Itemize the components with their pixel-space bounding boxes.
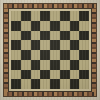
square-f3[interactable]: [60, 60, 70, 70]
square-d3[interactable]: [40, 60, 50, 70]
square-c2[interactable]: [31, 70, 41, 80]
square-a5[interactable]: [11, 40, 21, 50]
square-b3[interactable]: [21, 60, 31, 70]
square-h6[interactable]: [79, 31, 89, 41]
square-b8[interactable]: [21, 11, 31, 21]
square-a6[interactable]: [11, 31, 21, 41]
square-f4[interactable]: [60, 50, 70, 60]
square-g4[interactable]: [70, 50, 80, 60]
square-h8[interactable]: [79, 11, 89, 21]
square-e4[interactable]: [50, 50, 60, 60]
square-c6[interactable]: [31, 31, 41, 41]
square-c7[interactable]: [31, 21, 41, 31]
square-h2[interactable]: [79, 70, 89, 80]
square-d1[interactable]: [40, 79, 50, 89]
square-c4[interactable]: [31, 50, 41, 60]
square-b6[interactable]: [21, 31, 31, 41]
square-f2[interactable]: [60, 70, 70, 80]
square-e3[interactable]: [50, 60, 60, 70]
square-a2[interactable]: [11, 70, 21, 80]
square-h4[interactable]: [79, 50, 89, 60]
square-a8[interactable]: [11, 11, 21, 21]
square-b1[interactable]: [21, 79, 31, 89]
square-e1[interactable]: [50, 79, 60, 89]
square-g1[interactable]: [70, 79, 80, 89]
square-d2[interactable]: [40, 70, 50, 80]
frame-inlay-band-right: [92, 8, 96, 92]
square-b4[interactable]: [21, 50, 31, 60]
board-frame: [3, 3, 97, 97]
board-grid: [11, 11, 89, 89]
square-g6[interactable]: [70, 31, 80, 41]
square-d4[interactable]: [40, 50, 50, 60]
square-c5[interactable]: [31, 40, 41, 50]
square-c1[interactable]: [31, 79, 41, 89]
square-c8[interactable]: [31, 11, 41, 21]
square-e5[interactable]: [50, 40, 60, 50]
square-b2[interactable]: [21, 70, 31, 80]
square-d8[interactable]: [40, 11, 50, 21]
square-g7[interactable]: [70, 21, 80, 31]
square-a1[interactable]: [11, 79, 21, 89]
square-h1[interactable]: [79, 79, 89, 89]
square-a7[interactable]: [11, 21, 21, 31]
square-g5[interactable]: [70, 40, 80, 50]
square-e8[interactable]: [50, 11, 60, 21]
square-f5[interactable]: [60, 40, 70, 50]
square-b5[interactable]: [21, 40, 31, 50]
square-d5[interactable]: [40, 40, 50, 50]
square-c3[interactable]: [31, 60, 41, 70]
square-d7[interactable]: [40, 21, 50, 31]
square-a4[interactable]: [11, 50, 21, 60]
square-f6[interactable]: [60, 31, 70, 41]
square-b7[interactable]: [21, 21, 31, 31]
square-f1[interactable]: [60, 79, 70, 89]
square-a3[interactable]: [11, 60, 21, 70]
board-inner-strip: [8, 8, 92, 92]
square-h3[interactable]: [79, 60, 89, 70]
square-f7[interactable]: [60, 21, 70, 31]
square-e7[interactable]: [50, 21, 60, 31]
chessboard-photo: [0, 0, 100, 100]
square-e6[interactable]: [50, 31, 60, 41]
square-g2[interactable]: [70, 70, 80, 80]
square-h5[interactable]: [79, 40, 89, 50]
square-g8[interactable]: [70, 11, 80, 21]
square-d6[interactable]: [40, 31, 50, 41]
square-g3[interactable]: [70, 60, 80, 70]
square-e2[interactable]: [50, 70, 60, 80]
square-f8[interactable]: [60, 11, 70, 21]
frame-inlay-band-bottom: [4, 92, 96, 96]
square-h7[interactable]: [79, 21, 89, 31]
